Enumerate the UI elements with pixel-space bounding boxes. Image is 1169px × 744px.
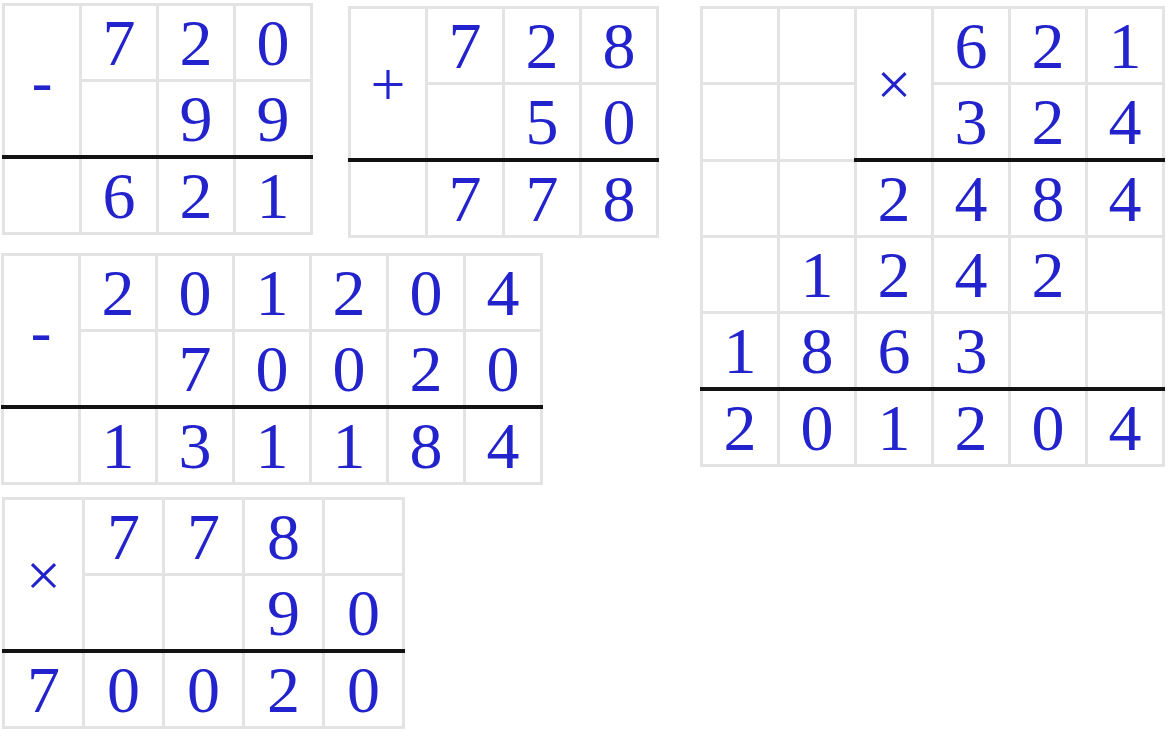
operand-row: - 7 2 0 — [4, 5, 312, 81]
result-digit-cell: 8 — [388, 407, 465, 484]
result-digit-cell: 2 — [158, 157, 235, 234]
problem-multiplication-778-90: × 7 7 8 9 0 7 0 0 2 0 — [2, 497, 405, 729]
worksheet-canvas: { "game": "long-arithmetic-worksheet (co… — [0, 0, 1169, 744]
result-digit-cell: 2 — [244, 651, 324, 728]
operand-row: 3 2 4 — [702, 84, 1164, 161]
digit-cell: 9 — [158, 81, 235, 158]
digit-cell: 9 — [235, 81, 312, 158]
operator-times-cell: × — [4, 499, 84, 652]
digit-cell: 4 — [933, 160, 1010, 237]
operand-row: × 6 2 1 — [702, 8, 1164, 84]
digit-cell: 0 — [234, 331, 311, 408]
empty-cell — [350, 160, 427, 237]
digit-cell: 0 — [157, 255, 234, 331]
empty-cell — [779, 8, 856, 84]
digit-cell: 4 — [1087, 84, 1164, 161]
digit-cell: 3 — [933, 313, 1010, 390]
digit-cell: 8 — [244, 499, 324, 575]
digit-cell: 0 — [465, 331, 542, 408]
digit-cell: 8 — [779, 313, 856, 390]
result-row: 7 7 8 — [350, 160, 658, 237]
digit-cell: 2 — [388, 331, 465, 408]
empty-cell — [779, 84, 856, 161]
empty-cell — [4, 157, 81, 234]
empty-cell — [702, 84, 779, 161]
digit-cell: 2 — [1010, 8, 1087, 84]
digit-cell: 1 — [779, 237, 856, 313]
digit-cell: 4 — [933, 237, 1010, 313]
empty-cell — [164, 575, 244, 652]
empty-cell — [324, 499, 404, 575]
digit-cell: 2 — [311, 255, 388, 331]
digit-cell: 8 — [1010, 160, 1087, 237]
result-digit-cell: 6 — [81, 157, 158, 234]
result-digit-cell: 3 — [157, 407, 234, 484]
digit-cell: 3 — [933, 84, 1010, 161]
empty-cell — [1087, 313, 1164, 390]
result-digit-cell: 7 — [4, 651, 84, 728]
digit-cell: 7 — [164, 499, 244, 575]
digit-cell: 1 — [702, 313, 779, 390]
digit-cell: 6 — [933, 8, 1010, 84]
problem-subtraction-720-99: - 7 2 0 9 9 6 2 1 — [2, 3, 313, 235]
operand-row: - 2 0 1 2 0 4 — [3, 255, 542, 331]
digit-cell: 4 — [1087, 160, 1164, 237]
result-digit-cell: 1 — [234, 407, 311, 484]
digit-cell: 1 — [234, 255, 311, 331]
problem-multiplication-621-324: × 6 2 1 3 2 4 2 4 8 4 1 2 4 2 1 8 6 3 2 … — [700, 6, 1165, 467]
operator-minus-cell: - — [3, 255, 80, 408]
digit-cell: 7 — [427, 8, 504, 84]
operand-row: + 7 2 8 — [350, 8, 658, 84]
digit-cell: 7 — [81, 5, 158, 81]
empty-cell — [81, 81, 158, 158]
digit-cell: 6 — [856, 313, 933, 390]
digit-cell: 2 — [1010, 237, 1087, 313]
digit-cell: 2 — [80, 255, 157, 331]
operand-row: 7 0 0 2 0 — [3, 331, 542, 408]
result-digit-cell: 1 — [80, 407, 157, 484]
empty-cell — [1010, 313, 1087, 390]
digit-cell: 1 — [1087, 8, 1164, 84]
result-digit-cell: 0 — [84, 651, 164, 728]
empty-cell — [80, 331, 157, 408]
digit-cell: 0 — [324, 575, 404, 652]
digit-cell: 5 — [504, 84, 581, 161]
empty-cell — [84, 575, 164, 652]
result-digit-cell: 0 — [779, 389, 856, 466]
digit-cell: 8 — [581, 8, 658, 84]
empty-cell — [3, 407, 80, 484]
problem-addition-728-50: + 7 2 8 5 0 7 7 8 — [348, 6, 659, 238]
result-digit-cell: 4 — [1087, 389, 1164, 466]
digit-cell: 2 — [856, 237, 933, 313]
result-digit-cell: 7 — [504, 160, 581, 237]
digit-cell: 4 — [465, 255, 542, 331]
digit-cell: 0 — [388, 255, 465, 331]
empty-cell — [702, 237, 779, 313]
result-digit-cell: 7 — [427, 160, 504, 237]
digit-cell: 0 — [235, 5, 312, 81]
operator-minus-cell: - — [4, 5, 81, 158]
empty-cell — [1087, 237, 1164, 313]
digit-cell: 7 — [84, 499, 164, 575]
operand-row: × 7 7 8 — [4, 499, 404, 575]
empty-cell — [427, 84, 504, 161]
digit-cell: 2 — [504, 8, 581, 84]
empty-cell — [779, 160, 856, 237]
result-digit-cell: 0 — [1010, 389, 1087, 466]
digit-cell: 2 — [856, 160, 933, 237]
digit-cell: 2 — [158, 5, 235, 81]
operator-times-cell: × — [856, 8, 933, 161]
digit-cell: 7 — [157, 331, 234, 408]
result-digit-cell: 2 — [702, 389, 779, 466]
digit-cell: 2 — [1010, 84, 1087, 161]
partial-product-row: 2 4 8 4 — [702, 160, 1164, 237]
result-digit-cell: 8 — [581, 160, 658, 237]
digit-cell: 0 — [311, 331, 388, 408]
result-digit-cell: 1 — [235, 157, 312, 234]
partial-product-row: 1 8 6 3 — [702, 313, 1164, 390]
result-digit-cell: 1 — [856, 389, 933, 466]
digit-cell: 9 — [244, 575, 324, 652]
result-digit-cell: 0 — [324, 651, 404, 728]
result-row: 6 2 1 — [4, 157, 312, 234]
result-row: 1 3 1 1 8 4 — [3, 407, 542, 484]
partial-product-row: 1 2 4 2 — [702, 237, 1164, 313]
empty-cell — [702, 160, 779, 237]
empty-cell — [702, 8, 779, 84]
result-row: 7 0 0 2 0 — [4, 651, 404, 728]
result-digit-cell: 0 — [164, 651, 244, 728]
digit-cell: 0 — [581, 84, 658, 161]
result-digit-cell: 2 — [933, 389, 1010, 466]
operator-plus-cell: + — [350, 8, 427, 161]
result-digit-cell: 4 — [465, 407, 542, 484]
result-row: 2 0 1 2 0 4 — [702, 389, 1164, 466]
result-digit-cell: 1 — [311, 407, 388, 484]
problem-subtraction-201204-70020: - 2 0 1 2 0 4 7 0 0 2 0 1 3 1 1 8 4 — [1, 253, 543, 485]
